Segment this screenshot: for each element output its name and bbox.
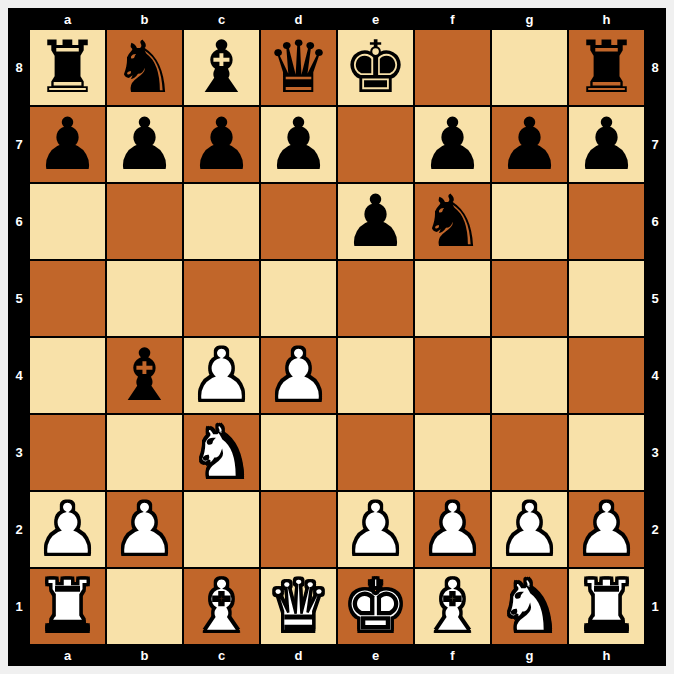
- square-b5[interactable]: [107, 261, 182, 336]
- square-h1[interactable]: ♜: [569, 569, 644, 644]
- square-c7[interactable]: ♟: [184, 107, 259, 182]
- black-pawn: ♟: [189, 107, 254, 182]
- square-d3[interactable]: [261, 415, 336, 490]
- white-pawn: ♟: [343, 492, 408, 567]
- file-label-e-top: e: [338, 8, 413, 30]
- black-knight: ♞: [112, 30, 177, 105]
- square-c3[interactable]: ♞: [184, 415, 259, 490]
- board-frame: abcdefgh 87654321 ♜♞♝♛♚♜♟♟♟♟♟♟♟♟♞♝♟♟♞♟♟♟…: [8, 8, 666, 666]
- white-pawn: ♟: [189, 338, 254, 413]
- square-c6[interactable]: [184, 184, 259, 259]
- square-b3[interactable]: [107, 415, 182, 490]
- square-e4[interactable]: [338, 338, 413, 413]
- square-f3[interactable]: [415, 415, 490, 490]
- square-g5[interactable]: [492, 261, 567, 336]
- square-f4[interactable]: [415, 338, 490, 413]
- square-h2[interactable]: ♟: [569, 492, 644, 567]
- square-c4[interactable]: ♟: [184, 338, 259, 413]
- white-queen: ♛: [266, 569, 331, 644]
- square-g2[interactable]: ♟: [492, 492, 567, 567]
- square-a5[interactable]: [30, 261, 105, 336]
- square-h4[interactable]: [569, 338, 644, 413]
- black-pawn: ♟: [497, 107, 562, 182]
- file-label-h-top: h: [569, 8, 644, 30]
- white-pawn: ♟: [112, 492, 177, 567]
- rank-label-8-left: 8: [8, 30, 30, 105]
- white-bishop: ♝: [420, 569, 485, 644]
- black-pawn: ♟: [420, 107, 485, 182]
- white-king: ♚: [343, 569, 408, 644]
- square-g6[interactable]: [492, 184, 567, 259]
- rank-label-8-right: 8: [644, 30, 666, 105]
- square-d6[interactable]: [261, 184, 336, 259]
- rank-label-2-right: 2: [644, 492, 666, 567]
- file-label-f-bottom: f: [415, 644, 490, 666]
- white-bishop: ♝: [189, 569, 254, 644]
- file-label-d-bottom: d: [261, 644, 336, 666]
- file-label-h-bottom: h: [569, 644, 644, 666]
- square-h7[interactable]: ♟: [569, 107, 644, 182]
- file-label-e-bottom: e: [338, 644, 413, 666]
- square-a7[interactable]: ♟: [30, 107, 105, 182]
- black-bishop: ♝: [189, 30, 254, 105]
- square-c8[interactable]: ♝: [184, 30, 259, 105]
- black-pawn: ♟: [266, 107, 331, 182]
- square-a6[interactable]: [30, 184, 105, 259]
- black-queen: ♛: [266, 30, 331, 105]
- rank-label-7-right: 7: [644, 107, 666, 182]
- square-b4[interactable]: ♝: [107, 338, 182, 413]
- square-d5[interactable]: [261, 261, 336, 336]
- square-e8[interactable]: ♚: [338, 30, 413, 105]
- rank-label-1-right: 1: [644, 569, 666, 644]
- square-d8[interactable]: ♛: [261, 30, 336, 105]
- file-label-b-top: b: [107, 8, 182, 30]
- square-h6[interactable]: [569, 184, 644, 259]
- white-rook: ♜: [35, 569, 100, 644]
- square-h8[interactable]: ♜: [569, 30, 644, 105]
- white-pawn: ♟: [266, 338, 331, 413]
- square-f6[interactable]: ♞: [415, 184, 490, 259]
- square-a8[interactable]: ♜: [30, 30, 105, 105]
- file-label-g-top: g: [492, 8, 567, 30]
- square-e7[interactable]: [338, 107, 413, 182]
- white-pawn: ♟: [35, 492, 100, 567]
- square-f1[interactable]: ♝: [415, 569, 490, 644]
- white-knight: ♞: [189, 415, 254, 490]
- file-labels-bottom: abcdefgh: [30, 644, 644, 666]
- square-c5[interactable]: [184, 261, 259, 336]
- file-label-f-top: f: [415, 8, 490, 30]
- square-b2[interactable]: ♟: [107, 492, 182, 567]
- rank-label-3-left: 3: [8, 415, 30, 490]
- square-e1[interactable]: ♚: [338, 569, 413, 644]
- square-h5[interactable]: [569, 261, 644, 336]
- file-label-a-bottom: a: [30, 644, 105, 666]
- black-knight: ♞: [420, 184, 485, 259]
- square-e2[interactable]: ♟: [338, 492, 413, 567]
- file-labels-top: abcdefgh: [30, 8, 644, 30]
- rank-label-2-left: 2: [8, 492, 30, 567]
- black-rook: ♜: [574, 30, 639, 105]
- white-knight: ♞: [497, 569, 562, 644]
- square-f5[interactable]: [415, 261, 490, 336]
- black-rook: ♜: [35, 30, 100, 105]
- square-g7[interactable]: ♟: [492, 107, 567, 182]
- square-e3[interactable]: [338, 415, 413, 490]
- square-f8[interactable]: [415, 30, 490, 105]
- square-b6[interactable]: [107, 184, 182, 259]
- rank-labels-left: 87654321: [8, 30, 30, 644]
- square-a1[interactable]: ♜: [30, 569, 105, 644]
- rank-label-6-left: 6: [8, 184, 30, 259]
- square-a3[interactable]: [30, 415, 105, 490]
- square-g1[interactable]: ♞: [492, 569, 567, 644]
- black-bishop: ♝: [112, 338, 177, 413]
- white-pawn: ♟: [420, 492, 485, 567]
- white-pawn: ♟: [497, 492, 562, 567]
- square-b8[interactable]: ♞: [107, 30, 182, 105]
- file-label-a-top: a: [30, 8, 105, 30]
- black-pawn: ♟: [35, 107, 100, 182]
- square-g4[interactable]: [492, 338, 567, 413]
- file-label-d-top: d: [261, 8, 336, 30]
- square-f7[interactable]: ♟: [415, 107, 490, 182]
- black-king: ♚: [343, 30, 408, 105]
- square-a4[interactable]: [30, 338, 105, 413]
- rank-label-4-left: 4: [8, 338, 30, 413]
- rank-label-7-left: 7: [8, 107, 30, 182]
- black-pawn: ♟: [574, 107, 639, 182]
- square-a2[interactable]: ♟: [30, 492, 105, 567]
- square-b7[interactable]: ♟: [107, 107, 182, 182]
- file-label-b-bottom: b: [107, 644, 182, 666]
- chess-board: ♜♞♝♛♚♜♟♟♟♟♟♟♟♟♞♝♟♟♞♟♟♟♟♟♟♜♝♛♚♝♞♜: [30, 30, 644, 644]
- square-d7[interactable]: ♟: [261, 107, 336, 182]
- file-label-g-bottom: g: [492, 644, 567, 666]
- black-pawn: ♟: [112, 107, 177, 182]
- rank-label-3-right: 3: [644, 415, 666, 490]
- square-c2[interactable]: [184, 492, 259, 567]
- file-label-c-top: c: [184, 8, 259, 30]
- square-g8[interactable]: [492, 30, 567, 105]
- white-pawn: ♟: [574, 492, 639, 567]
- square-h3[interactable]: [569, 415, 644, 490]
- square-e5[interactable]: [338, 261, 413, 336]
- black-pawn: ♟: [343, 184, 408, 259]
- rank-label-5-left: 5: [8, 261, 30, 336]
- rank-label-4-right: 4: [644, 338, 666, 413]
- square-c1[interactable]: ♝: [184, 569, 259, 644]
- square-g3[interactable]: [492, 415, 567, 490]
- rank-label-5-right: 5: [644, 261, 666, 336]
- square-d4[interactable]: ♟: [261, 338, 336, 413]
- square-d1[interactable]: ♛: [261, 569, 336, 644]
- white-rook: ♜: [574, 569, 639, 644]
- rank-label-1-left: 1: [8, 569, 30, 644]
- square-e6[interactable]: ♟: [338, 184, 413, 259]
- rank-label-6-right: 6: [644, 184, 666, 259]
- rank-labels-right: 87654321: [644, 30, 666, 644]
- square-d2[interactable]: [261, 492, 336, 567]
- file-label-c-bottom: c: [184, 644, 259, 666]
- square-f2[interactable]: ♟: [415, 492, 490, 567]
- square-b1[interactable]: [107, 569, 182, 644]
